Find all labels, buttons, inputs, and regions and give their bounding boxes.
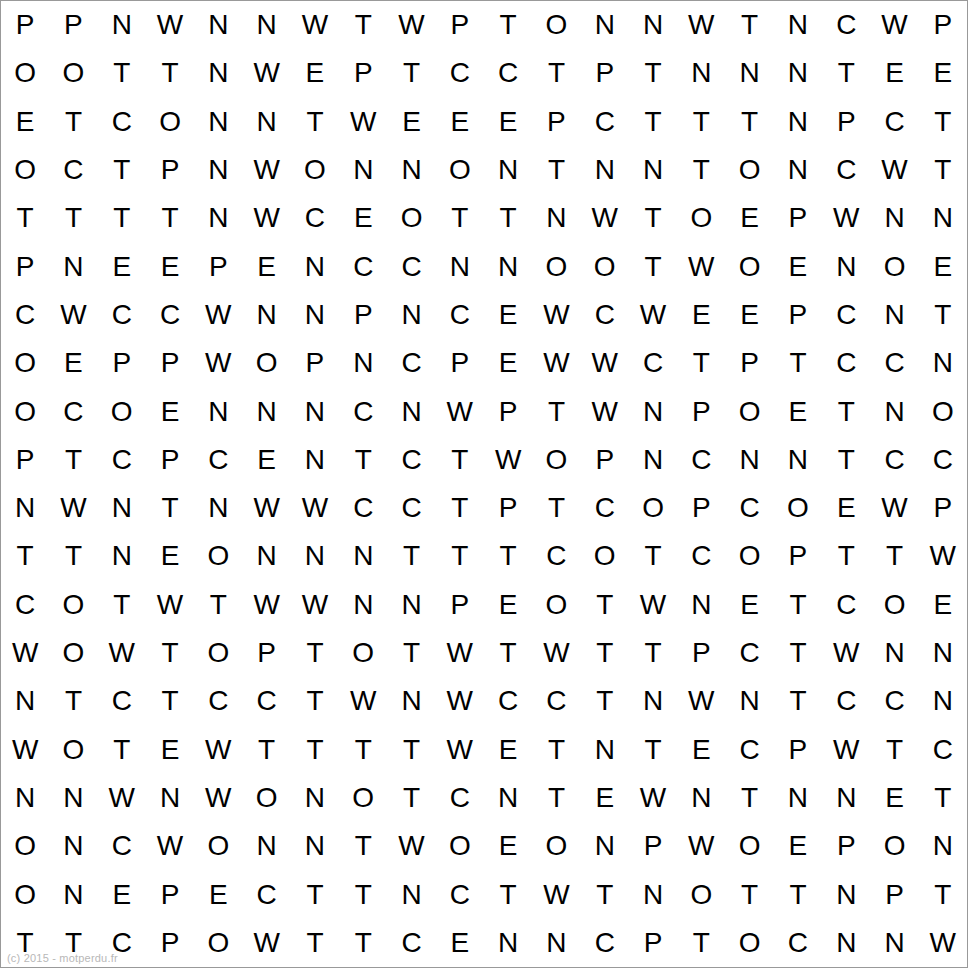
grid-cell[interactable]: T <box>339 919 387 967</box>
grid-cell[interactable]: T <box>484 1 532 49</box>
grid-cell[interactable]: N <box>242 822 290 870</box>
grid-cell[interactable]: C <box>870 436 918 484</box>
grid-cell[interactable]: N <box>774 774 822 822</box>
grid-cell[interactable]: N <box>387 291 435 339</box>
grid-cell[interactable]: O <box>677 870 725 918</box>
grid-cell[interactable]: T <box>146 194 194 242</box>
grid-cell[interactable]: O <box>629 484 677 532</box>
grid-cell[interactable]: E <box>581 774 629 822</box>
grid-cell[interactable]: T <box>291 629 339 677</box>
grid-cell[interactable]: O <box>774 484 822 532</box>
grid-cell[interactable]: W <box>242 146 290 194</box>
grid-cell[interactable]: E <box>1 98 49 146</box>
grid-cell[interactable]: C <box>98 291 146 339</box>
grid-cell[interactable]: E <box>436 98 484 146</box>
grid-cell[interactable]: N <box>677 49 725 97</box>
grid-cell[interactable]: C <box>98 822 146 870</box>
grid-cell[interactable]: T <box>291 870 339 918</box>
grid-cell[interactable]: T <box>49 677 97 725</box>
grid-cell[interactable]: N <box>339 581 387 629</box>
grid-cell[interactable]: E <box>774 822 822 870</box>
grid-cell[interactable]: C <box>146 291 194 339</box>
grid-cell[interactable]: C <box>822 291 870 339</box>
grid-cell[interactable]: T <box>774 581 822 629</box>
grid-cell[interactable]: W <box>242 484 290 532</box>
grid-cell[interactable]: E <box>919 581 967 629</box>
grid-cell[interactable]: O <box>725 242 773 290</box>
grid-cell[interactable]: T <box>1 532 49 580</box>
grid-cell[interactable]: P <box>629 919 677 967</box>
grid-cell[interactable]: T <box>436 532 484 580</box>
grid-cell[interactable]: W <box>870 146 918 194</box>
grid-cell[interactable]: O <box>1 49 49 97</box>
grid-cell[interactable]: P <box>822 98 870 146</box>
grid-cell[interactable]: O <box>1 870 49 918</box>
grid-cell[interactable]: N <box>725 677 773 725</box>
grid-cell[interactable]: W <box>146 1 194 49</box>
grid-cell[interactable]: P <box>919 484 967 532</box>
grid-cell[interactable]: N <box>919 822 967 870</box>
grid-cell[interactable]: N <box>725 49 773 97</box>
grid-cell[interactable]: E <box>146 725 194 773</box>
grid-cell[interactable]: W <box>1 629 49 677</box>
grid-cell[interactable]: N <box>49 822 97 870</box>
grid-cell[interactable]: N <box>581 725 629 773</box>
grid-cell[interactable]: T <box>677 339 725 387</box>
grid-cell[interactable]: E <box>49 339 97 387</box>
grid-cell[interactable]: P <box>581 436 629 484</box>
grid-cell[interactable]: T <box>581 677 629 725</box>
grid-cell[interactable]: O <box>49 581 97 629</box>
grid-cell[interactable]: P <box>629 822 677 870</box>
grid-cell[interactable]: W <box>291 1 339 49</box>
grid-cell[interactable]: N <box>387 146 435 194</box>
grid-cell[interactable]: T <box>49 194 97 242</box>
grid-cell[interactable]: C <box>629 339 677 387</box>
grid-cell[interactable]: C <box>387 339 435 387</box>
grid-cell[interactable]: T <box>629 242 677 290</box>
grid-cell[interactable]: N <box>677 581 725 629</box>
grid-cell[interactable]: N <box>291 822 339 870</box>
grid-cell[interactable]: N <box>484 774 532 822</box>
grid-cell[interactable]: T <box>822 49 870 97</box>
grid-cell[interactable]: T <box>532 146 580 194</box>
grid-cell[interactable]: C <box>387 436 435 484</box>
grid-cell[interactable]: O <box>291 146 339 194</box>
grid-cell[interactable]: O <box>919 387 967 435</box>
grid-cell[interactable]: N <box>629 387 677 435</box>
grid-cell[interactable]: N <box>49 774 97 822</box>
grid-cell[interactable]: P <box>49 1 97 49</box>
grid-cell[interactable]: N <box>49 242 97 290</box>
grid-cell[interactable]: C <box>581 919 629 967</box>
grid-cell[interactable]: W <box>677 822 725 870</box>
grid-cell[interactable]: N <box>242 98 290 146</box>
grid-cell[interactable]: N <box>581 822 629 870</box>
grid-cell[interactable]: T <box>725 774 773 822</box>
grid-cell[interactable]: P <box>339 49 387 97</box>
grid-cell[interactable]: N <box>484 919 532 967</box>
grid-cell[interactable]: O <box>1 822 49 870</box>
grid-cell[interactable]: O <box>532 242 580 290</box>
grid-cell[interactable]: C <box>339 242 387 290</box>
grid-cell[interactable]: N <box>870 194 918 242</box>
grid-cell[interactable]: N <box>436 242 484 290</box>
grid-cell[interactable]: C <box>387 242 435 290</box>
grid-cell[interactable]: N <box>387 581 435 629</box>
grid-cell[interactable]: O <box>339 774 387 822</box>
grid-cell[interactable]: W <box>339 677 387 725</box>
grid-cell[interactable]: N <box>387 870 435 918</box>
grid-cell[interactable]: T <box>919 98 967 146</box>
grid-cell[interactable]: E <box>725 291 773 339</box>
grid-cell[interactable]: P <box>822 822 870 870</box>
grid-cell[interactable]: T <box>484 194 532 242</box>
grid-cell[interactable]: C <box>725 629 773 677</box>
grid-cell[interactable]: T <box>629 532 677 580</box>
grid-cell[interactable]: P <box>581 49 629 97</box>
grid-cell[interactable]: T <box>677 146 725 194</box>
grid-cell[interactable]: T <box>774 677 822 725</box>
grid-cell[interactable]: P <box>725 339 773 387</box>
grid-cell[interactable]: E <box>484 725 532 773</box>
grid-cell[interactable]: E <box>98 242 146 290</box>
grid-cell[interactable]: N <box>194 98 242 146</box>
grid-cell[interactable]: P <box>146 339 194 387</box>
grid-cell[interactable]: T <box>532 484 580 532</box>
grid-cell[interactable]: N <box>194 1 242 49</box>
grid-cell[interactable]: N <box>774 146 822 194</box>
grid-cell[interactable]: P <box>919 1 967 49</box>
grid-cell[interactable]: W <box>581 387 629 435</box>
grid-cell[interactable]: T <box>387 49 435 97</box>
grid-cell[interactable]: O <box>339 629 387 677</box>
grid-cell[interactable]: W <box>49 291 97 339</box>
grid-cell[interactable]: N <box>870 291 918 339</box>
grid-cell[interactable]: N <box>629 1 677 49</box>
grid-cell[interactable]: P <box>870 870 918 918</box>
grid-cell[interactable]: N <box>581 1 629 49</box>
grid-cell[interactable]: N <box>339 146 387 194</box>
grid-cell[interactable]: T <box>774 629 822 677</box>
grid-cell[interactable]: W <box>98 774 146 822</box>
grid-cell[interactable]: E <box>484 291 532 339</box>
grid-cell[interactable]: P <box>436 339 484 387</box>
grid-cell[interactable]: W <box>291 581 339 629</box>
grid-cell[interactable]: T <box>629 194 677 242</box>
grid-cell[interactable]: T <box>436 194 484 242</box>
grid-cell[interactable]: O <box>1 339 49 387</box>
grid-cell[interactable]: N <box>822 774 870 822</box>
grid-cell[interactable]: W <box>242 581 290 629</box>
grid-cell[interactable]: P <box>146 146 194 194</box>
grid-cell[interactable]: W <box>532 870 580 918</box>
grid-cell[interactable]: O <box>581 242 629 290</box>
grid-cell[interactable]: P <box>774 194 822 242</box>
grid-cell[interactable]: P <box>1 242 49 290</box>
grid-cell[interactable]: P <box>242 629 290 677</box>
grid-cell[interactable]: E <box>339 194 387 242</box>
grid-cell[interactable]: T <box>387 629 435 677</box>
grid-cell[interactable]: W <box>629 581 677 629</box>
grid-cell[interactable]: T <box>1 919 49 967</box>
grid-cell[interactable]: T <box>822 532 870 580</box>
grid-cell[interactable]: N <box>629 146 677 194</box>
grid-cell[interactable]: N <box>725 436 773 484</box>
grid-cell[interactable]: W <box>436 387 484 435</box>
grid-cell[interactable]: W <box>436 629 484 677</box>
grid-cell[interactable]: T <box>919 146 967 194</box>
grid-cell[interactable]: W <box>677 677 725 725</box>
grid-cell[interactable]: C <box>242 870 290 918</box>
grid-cell[interactable]: P <box>194 242 242 290</box>
grid-cell[interactable]: C <box>1 291 49 339</box>
grid-cell[interactable]: T <box>919 291 967 339</box>
grid-cell[interactable]: C <box>822 339 870 387</box>
grid-cell[interactable]: N <box>1 677 49 725</box>
grid-cell[interactable]: P <box>484 387 532 435</box>
grid-cell[interactable]: W <box>629 774 677 822</box>
grid-cell[interactable]: W <box>242 919 290 967</box>
grid-cell[interactable]: W <box>194 725 242 773</box>
grid-cell[interactable]: E <box>98 870 146 918</box>
grid-cell[interactable]: T <box>822 436 870 484</box>
grid-cell[interactable]: T <box>339 870 387 918</box>
grid-cell[interactable]: N <box>774 436 822 484</box>
grid-cell[interactable]: O <box>49 629 97 677</box>
grid-cell[interactable]: C <box>822 581 870 629</box>
grid-cell[interactable]: T <box>98 146 146 194</box>
grid-cell[interactable]: T <box>532 725 580 773</box>
grid-cell[interactable]: C <box>49 387 97 435</box>
grid-cell[interactable]: O <box>725 919 773 967</box>
grid-cell[interactable]: C <box>581 291 629 339</box>
grid-cell[interactable]: O <box>98 387 146 435</box>
grid-cell[interactable]: W <box>532 291 580 339</box>
grid-cell[interactable]: O <box>725 822 773 870</box>
grid-cell[interactable]: N <box>822 919 870 967</box>
grid-cell[interactable]: E <box>194 870 242 918</box>
grid-cell[interactable]: O <box>242 774 290 822</box>
grid-cell[interactable]: E <box>870 774 918 822</box>
grid-cell[interactable]: T <box>387 774 435 822</box>
grid-cell[interactable]: N <box>774 1 822 49</box>
grid-cell[interactable]: T <box>629 49 677 97</box>
grid-cell[interactable]: E <box>484 581 532 629</box>
grid-cell[interactable]: N <box>194 49 242 97</box>
grid-cell[interactable]: O <box>242 339 290 387</box>
grid-cell[interactable]: N <box>1 774 49 822</box>
grid-cell[interactable]: P <box>436 581 484 629</box>
grid-cell[interactable]: C <box>194 677 242 725</box>
grid-cell[interactable]: E <box>677 291 725 339</box>
grid-cell[interactable]: T <box>870 532 918 580</box>
grid-cell[interactable]: N <box>532 194 580 242</box>
grid-cell[interactable]: T <box>146 484 194 532</box>
grid-cell[interactable]: T <box>484 870 532 918</box>
grid-cell[interactable]: N <box>774 98 822 146</box>
grid-cell[interactable]: O <box>532 581 580 629</box>
grid-cell[interactable]: C <box>870 339 918 387</box>
grid-cell[interactable]: T <box>532 49 580 97</box>
grid-cell[interactable]: O <box>677 194 725 242</box>
grid-cell[interactable]: T <box>146 49 194 97</box>
grid-cell[interactable]: W <box>194 339 242 387</box>
grid-cell[interactable]: T <box>146 677 194 725</box>
grid-cell[interactable]: O <box>146 98 194 146</box>
grid-cell[interactable]: O <box>194 629 242 677</box>
grid-cell[interactable]: W <box>339 98 387 146</box>
grid-cell[interactable]: E <box>484 822 532 870</box>
grid-cell[interactable]: N <box>291 532 339 580</box>
grid-cell[interactable]: P <box>436 1 484 49</box>
grid-cell[interactable]: N <box>629 870 677 918</box>
grid-cell[interactable]: N <box>242 1 290 49</box>
grid-cell[interactable]: E <box>725 581 773 629</box>
grid-cell[interactable]: O <box>194 919 242 967</box>
grid-cell[interactable]: T <box>919 870 967 918</box>
grid-cell[interactable]: W <box>822 194 870 242</box>
grid-cell[interactable]: N <box>291 291 339 339</box>
grid-cell[interactable]: C <box>291 194 339 242</box>
grid-cell[interactable]: N <box>870 387 918 435</box>
grid-cell[interactable]: N <box>291 436 339 484</box>
grid-cell[interactable]: N <box>581 146 629 194</box>
grid-cell[interactable]: N <box>484 146 532 194</box>
grid-cell[interactable]: P <box>98 339 146 387</box>
grid-cell[interactable]: C <box>919 725 967 773</box>
grid-cell[interactable]: W <box>1 725 49 773</box>
grid-cell[interactable]: W <box>919 532 967 580</box>
grid-cell[interactable]: W <box>629 291 677 339</box>
grid-cell[interactable]: W <box>436 677 484 725</box>
grid-cell[interactable]: C <box>194 436 242 484</box>
grid-cell[interactable]: P <box>677 484 725 532</box>
grid-cell[interactable]: T <box>49 436 97 484</box>
grid-cell[interactable]: W <box>581 339 629 387</box>
grid-cell[interactable]: N <box>291 387 339 435</box>
grid-cell[interactable]: W <box>49 484 97 532</box>
grid-cell[interactable]: E <box>725 194 773 242</box>
grid-cell[interactable]: C <box>725 725 773 773</box>
grid-cell[interactable]: N <box>387 677 435 725</box>
grid-cell[interactable]: O <box>725 532 773 580</box>
grid-cell[interactable]: O <box>194 822 242 870</box>
grid-cell[interactable]: O <box>1 387 49 435</box>
grid-cell[interactable]: N <box>484 242 532 290</box>
grid-cell[interactable]: C <box>822 146 870 194</box>
grid-cell[interactable]: O <box>49 725 97 773</box>
grid-cell[interactable]: N <box>919 194 967 242</box>
grid-cell[interactable]: T <box>387 725 435 773</box>
grid-cell[interactable]: T <box>581 629 629 677</box>
grid-cell[interactable]: T <box>725 98 773 146</box>
grid-cell[interactable]: E <box>146 532 194 580</box>
grid-cell[interactable]: T <box>339 725 387 773</box>
grid-cell[interactable]: N <box>49 870 97 918</box>
grid-cell[interactable]: E <box>677 725 725 773</box>
grid-cell[interactable]: T <box>49 919 97 967</box>
grid-cell[interactable]: E <box>870 49 918 97</box>
grid-cell[interactable]: T <box>677 98 725 146</box>
grid-cell[interactable]: N <box>387 387 435 435</box>
grid-cell[interactable]: C <box>49 146 97 194</box>
grid-cell[interactable]: O <box>532 822 580 870</box>
grid-cell[interactable]: C <box>339 484 387 532</box>
grid-cell[interactable]: O <box>387 194 435 242</box>
grid-cell[interactable]: E <box>146 242 194 290</box>
grid-cell[interactable]: E <box>919 49 967 97</box>
grid-cell[interactable]: T <box>387 532 435 580</box>
grid-cell[interactable]: T <box>870 725 918 773</box>
grid-cell[interactable]: C <box>774 919 822 967</box>
grid-cell[interactable]: E <box>484 98 532 146</box>
grid-cell[interactable]: C <box>822 677 870 725</box>
grid-cell[interactable]: T <box>629 725 677 773</box>
grid-cell[interactable]: N <box>629 436 677 484</box>
grid-cell[interactable]: P <box>532 98 580 146</box>
grid-cell[interactable]: O <box>436 146 484 194</box>
grid-cell[interactable]: N <box>870 629 918 677</box>
grid-cell[interactable]: W <box>822 725 870 773</box>
grid-cell[interactable]: T <box>629 98 677 146</box>
grid-cell[interactable]: P <box>774 291 822 339</box>
grid-cell[interactable]: T <box>1 194 49 242</box>
grid-cell[interactable]: C <box>436 774 484 822</box>
grid-cell[interactable]: T <box>774 339 822 387</box>
grid-cell[interactable]: T <box>98 725 146 773</box>
grid-cell[interactable]: T <box>532 774 580 822</box>
grid-cell[interactable]: T <box>291 98 339 146</box>
grid-cell[interactable]: W <box>146 822 194 870</box>
grid-cell[interactable]: N <box>822 870 870 918</box>
grid-cell[interactable]: E <box>387 98 435 146</box>
grid-cell[interactable]: O <box>532 1 580 49</box>
grid-cell[interactable]: W <box>387 822 435 870</box>
grid-cell[interactable]: N <box>919 629 967 677</box>
grid-cell[interactable]: T <box>291 725 339 773</box>
grid-cell[interactable]: W <box>242 194 290 242</box>
grid-cell[interactable]: O <box>436 822 484 870</box>
grid-cell[interactable]: C <box>484 49 532 97</box>
grid-cell[interactable]: N <box>146 774 194 822</box>
grid-cell[interactable]: T <box>484 629 532 677</box>
grid-cell[interactable]: C <box>98 919 146 967</box>
grid-cell[interactable]: N <box>194 146 242 194</box>
grid-cell[interactable]: W <box>822 629 870 677</box>
grid-cell[interactable]: N <box>194 387 242 435</box>
grid-cell[interactable]: N <box>870 919 918 967</box>
grid-cell[interactable]: T <box>919 774 967 822</box>
grid-cell[interactable]: W <box>870 484 918 532</box>
grid-cell[interactable]: W <box>194 291 242 339</box>
grid-cell[interactable]: N <box>98 532 146 580</box>
grid-cell[interactable]: T <box>146 629 194 677</box>
grid-cell[interactable]: N <box>822 242 870 290</box>
grid-cell[interactable]: P <box>146 919 194 967</box>
grid-cell[interactable]: W <box>387 1 435 49</box>
grid-cell[interactable]: T <box>581 870 629 918</box>
grid-cell[interactable]: N <box>1 484 49 532</box>
grid-cell[interactable]: W <box>436 725 484 773</box>
grid-cell[interactable]: T <box>291 677 339 725</box>
grid-cell[interactable]: W <box>532 629 580 677</box>
grid-cell[interactable]: T <box>581 581 629 629</box>
grid-cell[interactable]: E <box>291 49 339 97</box>
grid-cell[interactable]: O <box>870 581 918 629</box>
grid-cell[interactable]: E <box>242 242 290 290</box>
grid-cell[interactable]: T <box>242 725 290 773</box>
